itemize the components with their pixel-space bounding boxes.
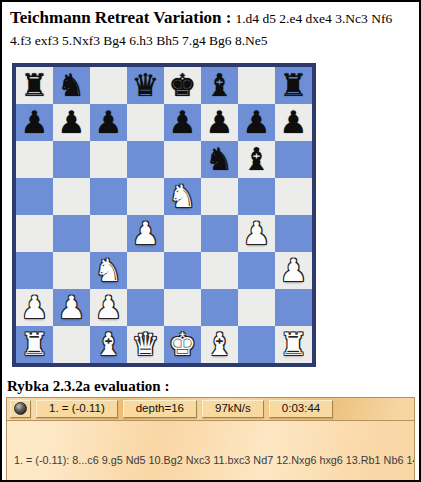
square-c5 bbox=[90, 178, 127, 215]
eval-score-button[interactable]: 1. = (-0.11) bbox=[36, 400, 118, 418]
evaluation-panel: 1. = (-0.11) depth=16 97kN/s 0:03:44 1. … bbox=[6, 397, 415, 482]
square-g5 bbox=[238, 178, 275, 215]
square-g4: ♟ bbox=[238, 215, 275, 252]
square-f4 bbox=[201, 215, 238, 252]
square-d7 bbox=[127, 104, 164, 141]
engine-status-button[interactable] bbox=[10, 400, 31, 418]
square-d8: ♛ bbox=[127, 67, 164, 104]
square-d1: ♛ bbox=[127, 326, 164, 363]
piece-wp-h3: ♟ bbox=[280, 255, 308, 286]
square-f5 bbox=[201, 178, 238, 215]
square-f7: ♟ bbox=[201, 104, 238, 141]
engine-led-icon bbox=[14, 402, 27, 415]
piece-wq-d1: ♛ bbox=[132, 329, 160, 360]
piece-wk-e1: ♚ bbox=[169, 329, 197, 360]
square-g3 bbox=[238, 252, 275, 289]
square-g2 bbox=[238, 289, 275, 326]
page-title: Teichmann Retreat Variation : bbox=[10, 8, 231, 27]
square-h8: ♜ bbox=[275, 67, 312, 104]
square-c3: ♞ bbox=[90, 252, 127, 289]
piece-bp-c7: ♟ bbox=[95, 107, 123, 138]
piece-bn-b8: ♞ bbox=[58, 70, 86, 101]
square-f2 bbox=[201, 289, 238, 326]
piece-bb-g6: ♝ bbox=[243, 144, 271, 175]
piece-wp-g4: ♟ bbox=[243, 218, 271, 249]
square-e2 bbox=[164, 289, 201, 326]
square-g7: ♟ bbox=[238, 104, 275, 141]
square-f8: ♝ bbox=[201, 67, 238, 104]
square-g8 bbox=[238, 67, 275, 104]
square-d5 bbox=[127, 178, 164, 215]
square-e8: ♚ bbox=[164, 67, 201, 104]
square-g1 bbox=[238, 326, 275, 363]
piece-wp-c2: ♟ bbox=[95, 292, 123, 323]
node-speed-button[interactable]: 97kN/s bbox=[202, 400, 264, 418]
square-f3 bbox=[201, 252, 238, 289]
piece-bp-g7: ♟ bbox=[243, 107, 271, 138]
square-b4 bbox=[53, 215, 90, 252]
square-a7: ♟ bbox=[16, 104, 53, 141]
square-a1: ♜ bbox=[16, 326, 53, 363]
square-e3 bbox=[164, 252, 201, 289]
square-b8: ♞ bbox=[53, 67, 90, 104]
piece-wr-h1: ♜ bbox=[280, 329, 308, 360]
analysis-lines: 1. = (-0.11): 8...c6 9.g5 Nd5 10.Bg2 Nxc… bbox=[7, 421, 414, 482]
square-e7: ♟ bbox=[164, 104, 201, 141]
square-b1 bbox=[53, 326, 90, 363]
piece-bp-h7: ♟ bbox=[280, 107, 308, 138]
square-c2: ♟ bbox=[90, 289, 127, 326]
square-c7: ♟ bbox=[90, 104, 127, 141]
piece-wn-e5: ♞ bbox=[169, 181, 197, 212]
search-depth-button[interactable]: depth=16 bbox=[123, 400, 197, 418]
square-a8: ♜ bbox=[16, 67, 53, 104]
square-c8 bbox=[90, 67, 127, 104]
piece-wn-c3: ♞ bbox=[95, 255, 123, 286]
piece-wp-a2: ♟ bbox=[21, 292, 49, 323]
square-e4 bbox=[164, 215, 201, 252]
square-d4: ♟ bbox=[127, 215, 164, 252]
piece-wp-d4: ♟ bbox=[132, 218, 160, 249]
square-e6 bbox=[164, 141, 201, 178]
square-b6 bbox=[53, 141, 90, 178]
square-a3 bbox=[16, 252, 53, 289]
square-b2: ♟ bbox=[53, 289, 90, 326]
square-d3 bbox=[127, 252, 164, 289]
square-h2 bbox=[275, 289, 312, 326]
piece-wr-a1: ♜ bbox=[21, 329, 49, 360]
square-h6 bbox=[275, 141, 312, 178]
piece-wb-c1: ♝ bbox=[95, 329, 123, 360]
chess-board: ♜♞♛♚♝♜♟♟♟♟♟♟♟♞♝♞♟♟♞♟♟♟♟♜♝♛♚♝♜ bbox=[16, 67, 312, 363]
page-header: Teichmann Retreat Variation : 1.d4 d5 2.… bbox=[2, 2, 419, 51]
square-a4 bbox=[16, 215, 53, 252]
square-a2: ♟ bbox=[16, 289, 53, 326]
square-c6 bbox=[90, 141, 127, 178]
chess-board-frame: ♜♞♛♚♝♜♟♟♟♟♟♟♟♞♝♞♟♟♞♟♟♟♟♜♝♛♚♝♜ bbox=[12, 63, 316, 367]
piece-bk-e8: ♚ bbox=[169, 70, 197, 101]
piece-bq-d8: ♛ bbox=[132, 70, 160, 101]
square-f6: ♞ bbox=[201, 141, 238, 178]
square-h4 bbox=[275, 215, 312, 252]
square-e5: ♞ bbox=[164, 178, 201, 215]
square-b5 bbox=[53, 178, 90, 215]
square-h5 bbox=[275, 178, 312, 215]
square-c1: ♝ bbox=[90, 326, 127, 363]
piece-wb-f1: ♝ bbox=[206, 329, 234, 360]
square-h3: ♟ bbox=[275, 252, 312, 289]
piece-bp-f7: ♟ bbox=[206, 107, 234, 138]
piece-bp-a7: ♟ bbox=[21, 107, 49, 138]
piece-wp-b2: ♟ bbox=[58, 292, 86, 323]
elapsed-time-button[interactable]: 0:03:44 bbox=[269, 400, 333, 418]
square-c4 bbox=[90, 215, 127, 252]
square-b3 bbox=[53, 252, 90, 289]
piece-br-h8: ♜ bbox=[280, 70, 308, 101]
engine-toolbar: 1. = (-0.11) depth=16 97kN/s 0:03:44 bbox=[7, 398, 414, 421]
square-a5 bbox=[16, 178, 53, 215]
piece-bp-e7: ♟ bbox=[169, 107, 197, 138]
evaluation-heading: Rybka 2.3.2a evaluation : bbox=[7, 378, 419, 395]
piece-bp-b7: ♟ bbox=[58, 107, 86, 138]
square-b7: ♟ bbox=[53, 104, 90, 141]
square-g6: ♝ bbox=[238, 141, 275, 178]
square-d6 bbox=[127, 141, 164, 178]
square-a6 bbox=[16, 141, 53, 178]
square-f1: ♝ bbox=[201, 326, 238, 363]
square-h1: ♜ bbox=[275, 326, 312, 363]
square-d2 bbox=[127, 289, 164, 326]
analysis-line-1: 1. = (-0.11): 8...c6 9.g5 Nd5 10.Bg2 Nxc… bbox=[14, 453, 410, 467]
square-e1: ♚ bbox=[164, 326, 201, 363]
piece-bb-f8: ♝ bbox=[206, 70, 234, 101]
square-h7: ♟ bbox=[275, 104, 312, 141]
piece-bn-f6: ♞ bbox=[206, 144, 234, 175]
page: Teichmann Retreat Variation : 1.d4 d5 2.… bbox=[0, 0, 421, 482]
piece-br-a8: ♜ bbox=[21, 70, 49, 101]
